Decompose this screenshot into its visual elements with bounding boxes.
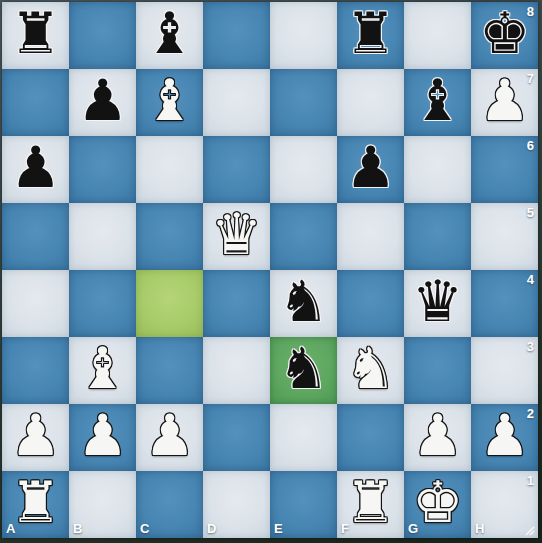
square-c1[interactable]: C [136, 471, 203, 538]
piece-white-pawn-h2[interactable]: ♟ [479, 407, 530, 464]
square-a8[interactable]: ♜ [2, 2, 69, 69]
square-d3[interactable] [203, 337, 270, 404]
piece-white-queen-d5[interactable]: ♛ [211, 206, 262, 263]
square-c6[interactable] [136, 136, 203, 203]
square-d7[interactable] [203, 69, 270, 136]
piece-black-pawn-b7[interactable]: ♟ [77, 72, 128, 129]
rank-label-3: 3 [527, 339, 534, 354]
piece-black-pawn-f6[interactable]: ♟ [345, 139, 396, 196]
square-f7[interactable] [337, 69, 404, 136]
square-c2[interactable]: ♟ [136, 404, 203, 471]
piece-white-bishop-b3[interactable]: ♝ [77, 340, 128, 397]
piece-black-bishop-g7[interactable]: ♝ [412, 72, 463, 129]
square-c4[interactable] [136, 270, 203, 337]
square-g1[interactable]: ♚G [404, 471, 471, 538]
square-b5[interactable] [69, 203, 136, 270]
square-e7[interactable] [270, 69, 337, 136]
piece-black-knight-e3[interactable]: ♞ [278, 340, 329, 397]
square-d8[interactable] [203, 2, 270, 69]
square-b2[interactable]: ♟ [69, 404, 136, 471]
square-e3[interactable]: ♞ [270, 337, 337, 404]
piece-black-rook-a8[interactable]: ♜ [10, 5, 61, 62]
file-label-c: C [140, 521, 149, 536]
rank-label-4: 4 [527, 272, 534, 287]
square-b7[interactable]: ♟ [69, 69, 136, 136]
file-label-e: E [274, 521, 283, 536]
chess-board: ♜♝♜♚8♟♝♝♟7♟♟6♛5♞♛4♝♞♞3♟♟♟♟♟2♜ABCDE♜F♚G1H [2, 2, 538, 538]
square-f6[interactable]: ♟ [337, 136, 404, 203]
square-d5[interactable]: ♛ [203, 203, 270, 270]
piece-white-king-g1[interactable]: ♚ [412, 474, 463, 531]
square-g8[interactable] [404, 2, 471, 69]
piece-white-knight-f3[interactable]: ♞ [345, 340, 396, 397]
square-h2[interactable]: ♟2 [471, 404, 538, 471]
square-d1[interactable]: D [203, 471, 270, 538]
square-a6[interactable]: ♟ [2, 136, 69, 203]
square-h6[interactable]: 6 [471, 136, 538, 203]
square-h3[interactable]: 3 [471, 337, 538, 404]
square-c5[interactable] [136, 203, 203, 270]
square-h8[interactable]: ♚8 [471, 2, 538, 69]
square-g5[interactable] [404, 203, 471, 270]
square-e2[interactable] [270, 404, 337, 471]
board-resize-handle[interactable] [522, 522, 535, 535]
square-e5[interactable] [270, 203, 337, 270]
piece-white-pawn-h7[interactable]: ♟ [479, 72, 530, 129]
square-f2[interactable] [337, 404, 404, 471]
square-a2[interactable]: ♟ [2, 404, 69, 471]
piece-white-rook-a1[interactable]: ♜ [10, 474, 61, 531]
square-a4[interactable] [2, 270, 69, 337]
piece-black-queen-g4[interactable]: ♛ [412, 273, 463, 330]
piece-white-rook-f1[interactable]: ♜ [345, 474, 396, 531]
piece-white-bishop-c7[interactable]: ♝ [144, 72, 195, 129]
piece-black-pawn-a6[interactable]: ♟ [10, 139, 61, 196]
square-e6[interactable] [270, 136, 337, 203]
piece-white-pawn-g2[interactable]: ♟ [412, 407, 463, 464]
square-e8[interactable] [270, 2, 337, 69]
square-f8[interactable]: ♜ [337, 2, 404, 69]
square-h7[interactable]: ♟7 [471, 69, 538, 136]
square-a1[interactable]: ♜A [2, 471, 69, 538]
rank-label-5: 5 [527, 205, 534, 220]
chess-app-background: ♜♝♜♚8♟♝♝♟7♟♟6♛5♞♛4♝♞♞3♟♟♟♟♟2♜ABCDE♜F♚G1H [0, 0, 542, 543]
piece-white-pawn-a2[interactable]: ♟ [10, 407, 61, 464]
square-f1[interactable]: ♜F [337, 471, 404, 538]
piece-white-pawn-c2[interactable]: ♟ [144, 407, 195, 464]
resize-grip-icon [522, 523, 535, 536]
square-h4[interactable]: 4 [471, 270, 538, 337]
square-a7[interactable] [2, 69, 69, 136]
file-label-h: H [475, 521, 484, 536]
file-label-d: D [207, 521, 216, 536]
square-g2[interactable]: ♟ [404, 404, 471, 471]
piece-white-pawn-b2[interactable]: ♟ [77, 407, 128, 464]
square-c3[interactable] [136, 337, 203, 404]
piece-black-rook-f8[interactable]: ♜ [345, 5, 396, 62]
square-g6[interactable] [404, 136, 471, 203]
square-c7[interactable]: ♝ [136, 69, 203, 136]
square-d4[interactable] [203, 270, 270, 337]
square-c8[interactable]: ♝ [136, 2, 203, 69]
square-d6[interactable] [203, 136, 270, 203]
square-h5[interactable]: 5 [471, 203, 538, 270]
square-f5[interactable] [337, 203, 404, 270]
square-b8[interactable] [69, 2, 136, 69]
square-e4[interactable]: ♞ [270, 270, 337, 337]
square-b1[interactable]: B [69, 471, 136, 538]
square-d2[interactable] [203, 404, 270, 471]
square-f4[interactable] [337, 270, 404, 337]
square-e1[interactable]: E [270, 471, 337, 538]
square-a5[interactable] [2, 203, 69, 270]
square-b6[interactable] [69, 136, 136, 203]
square-g3[interactable] [404, 337, 471, 404]
rank-label-1: 1 [527, 473, 534, 488]
piece-black-bishop-c8[interactable]: ♝ [144, 5, 195, 62]
rank-label-6: 6 [527, 138, 534, 153]
square-g7[interactable]: ♝ [404, 69, 471, 136]
file-label-b: B [73, 521, 82, 536]
square-f3[interactable]: ♞ [337, 337, 404, 404]
piece-black-knight-e4[interactable]: ♞ [278, 273, 329, 330]
piece-black-king-h8[interactable]: ♚ [479, 5, 530, 62]
square-g4[interactable]: ♛ [404, 270, 471, 337]
square-a3[interactable] [2, 337, 69, 404]
square-b4[interactable] [69, 270, 136, 337]
square-b3[interactable]: ♝ [69, 337, 136, 404]
